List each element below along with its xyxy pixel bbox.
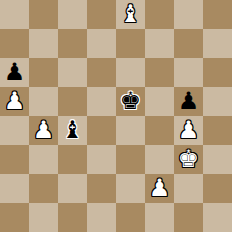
square-h8[interactable] <box>203 0 232 29</box>
square-f6[interactable] <box>145 58 174 87</box>
piece-white-pawn: ♟ <box>149 174 171 203</box>
square-e6[interactable] <box>116 58 145 87</box>
square-h5[interactable] <box>203 87 232 116</box>
square-a4[interactable] <box>0 116 29 145</box>
square-b2[interactable] <box>29 174 58 203</box>
square-b6[interactable] <box>29 58 58 87</box>
square-d2[interactable] <box>87 174 116 203</box>
square-b5[interactable] <box>29 87 58 116</box>
square-h6[interactable] <box>203 58 232 87</box>
square-c7[interactable] <box>58 29 87 58</box>
square-h3[interactable] <box>203 145 232 174</box>
square-h7[interactable] <box>203 29 232 58</box>
square-c1[interactable] <box>58 203 87 232</box>
square-f4[interactable] <box>145 116 174 145</box>
square-g8[interactable] <box>174 0 203 29</box>
square-e5[interactable]: ♚ <box>116 87 145 116</box>
square-e7[interactable] <box>116 29 145 58</box>
square-d3[interactable] <box>87 145 116 174</box>
square-f5[interactable] <box>145 87 174 116</box>
square-g4[interactable]: ♟ <box>174 116 203 145</box>
square-e3[interactable] <box>116 145 145 174</box>
square-e1[interactable] <box>116 203 145 232</box>
piece-white-bishop: ♝ <box>120 0 142 29</box>
square-a6[interactable]: ♟ <box>0 58 29 87</box>
piece-black-pawn: ♟ <box>178 87 200 116</box>
square-g5[interactable]: ♟ <box>174 87 203 116</box>
square-e2[interactable] <box>116 174 145 203</box>
square-g3[interactable]: ♚ <box>174 145 203 174</box>
square-d5[interactable] <box>87 87 116 116</box>
square-d7[interactable] <box>87 29 116 58</box>
square-f3[interactable] <box>145 145 174 174</box>
piece-white-pawn: ♟ <box>33 116 55 145</box>
square-b8[interactable] <box>29 0 58 29</box>
square-e4[interactable] <box>116 116 145 145</box>
square-a2[interactable] <box>0 174 29 203</box>
square-h2[interactable] <box>203 174 232 203</box>
square-g6[interactable] <box>174 58 203 87</box>
square-b4[interactable]: ♟ <box>29 116 58 145</box>
square-g1[interactable] <box>174 203 203 232</box>
piece-black-pawn: ♟ <box>4 58 26 87</box>
square-c5[interactable] <box>58 87 87 116</box>
piece-white-pawn: ♟ <box>4 87 26 116</box>
square-g2[interactable] <box>174 174 203 203</box>
square-c8[interactable] <box>58 0 87 29</box>
square-h4[interactable] <box>203 116 232 145</box>
square-f1[interactable] <box>145 203 174 232</box>
square-e8[interactable]: ♝ <box>116 0 145 29</box>
square-f8[interactable] <box>145 0 174 29</box>
chess-board: ♝♟♟♚♟♟♝♟♚♟ <box>0 0 232 232</box>
square-c2[interactable] <box>58 174 87 203</box>
piece-white-pawn: ♟ <box>178 116 200 145</box>
piece-black-bishop: ♝ <box>62 116 84 145</box>
square-f7[interactable] <box>145 29 174 58</box>
square-d6[interactable] <box>87 58 116 87</box>
square-b3[interactable] <box>29 145 58 174</box>
chess-board-wrapper: ♝♟♟♚♟♟♝♟♚♟ <box>0 0 232 232</box>
square-d1[interactable] <box>87 203 116 232</box>
square-a8[interactable] <box>0 0 29 29</box>
square-h1[interactable] <box>203 203 232 232</box>
square-c3[interactable] <box>58 145 87 174</box>
square-b1[interactable] <box>29 203 58 232</box>
square-b7[interactable] <box>29 29 58 58</box>
square-f2[interactable]: ♟ <box>145 174 174 203</box>
square-a5[interactable]: ♟ <box>0 87 29 116</box>
piece-black-king: ♚ <box>120 87 142 116</box>
square-d4[interactable] <box>87 116 116 145</box>
square-a7[interactable] <box>0 29 29 58</box>
piece-white-king: ♚ <box>178 145 200 174</box>
square-g7[interactable] <box>174 29 203 58</box>
square-a1[interactable] <box>0 203 29 232</box>
square-c4[interactable]: ♝ <box>58 116 87 145</box>
square-c6[interactable] <box>58 58 87 87</box>
square-a3[interactable] <box>0 145 29 174</box>
square-d8[interactable] <box>87 0 116 29</box>
